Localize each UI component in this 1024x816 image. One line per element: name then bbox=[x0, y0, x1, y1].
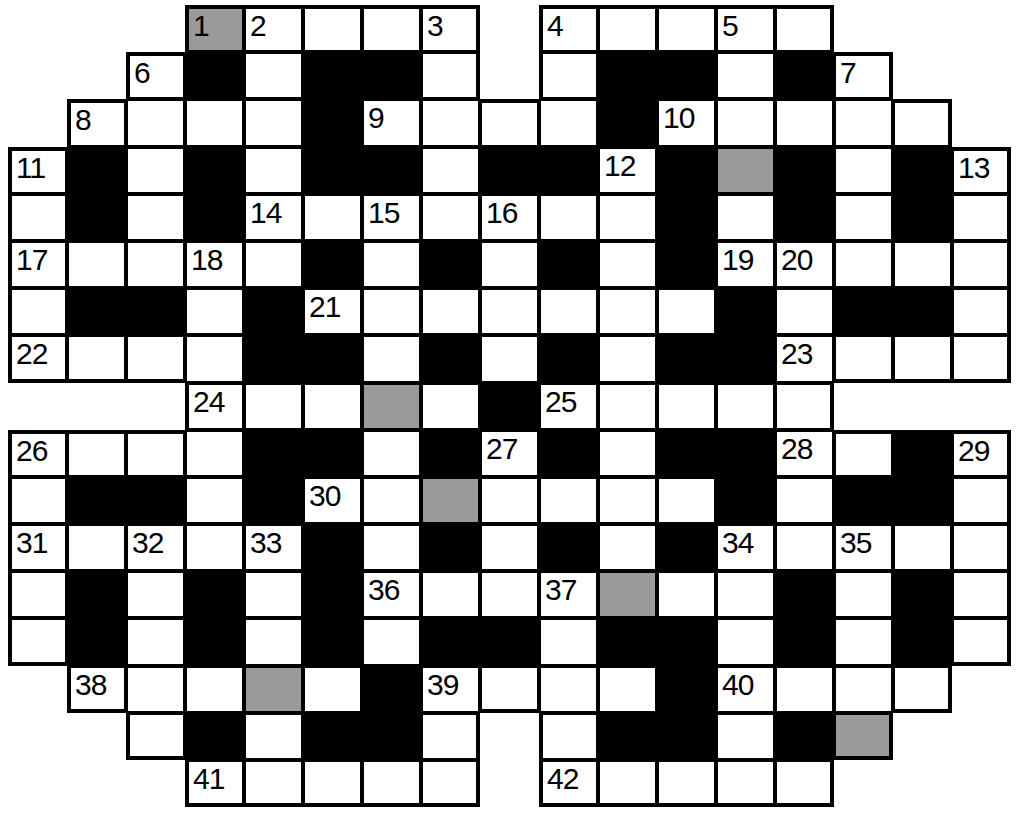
cell-r6-c10[interactable] bbox=[598, 288, 657, 335]
cell-r9-c0[interactable]: 26 bbox=[8, 430, 67, 477]
cell-r3-c13 bbox=[775, 147, 834, 194]
cell-r4-c12[interactable] bbox=[716, 194, 775, 241]
cell-r14-c13[interactable] bbox=[775, 666, 834, 713]
cell-r2-c6[interactable]: 9 bbox=[362, 99, 421, 146]
cell-r10-c7[interactable] bbox=[421, 477, 480, 524]
cell-r6-c7[interactable] bbox=[421, 288, 480, 335]
cell-r5-c4[interactable] bbox=[244, 241, 303, 288]
cell-r5-c0[interactable]: 17 bbox=[8, 241, 67, 288]
cell-r11-c2[interactable]: 32 bbox=[126, 524, 185, 571]
cell-r1-c14[interactable]: 7 bbox=[834, 52, 893, 99]
clue-number-17: 17 bbox=[16, 244, 47, 276]
clue-number-23: 23 bbox=[781, 338, 812, 370]
cell-r16-c11[interactable] bbox=[657, 760, 716, 807]
cell-r9-c12 bbox=[716, 430, 775, 477]
cell-r8-c11[interactable] bbox=[657, 383, 716, 430]
void-r8-c14 bbox=[834, 383, 893, 430]
cell-r1-c3 bbox=[185, 52, 244, 99]
cell-r5-c3[interactable]: 18 bbox=[185, 241, 244, 288]
cell-r8-c3[interactable]: 24 bbox=[185, 383, 244, 430]
cell-r1-c7[interactable] bbox=[421, 52, 480, 99]
cell-r15-c10 bbox=[598, 713, 657, 760]
cell-r5-c16[interactable] bbox=[952, 241, 1011, 288]
cell-r8-c9[interactable]: 25 bbox=[539, 383, 598, 430]
cell-r0-c12[interactable]: 5 bbox=[716, 5, 775, 52]
cell-r7-c3[interactable] bbox=[185, 335, 244, 382]
cell-r12-c5 bbox=[303, 571, 362, 618]
cell-r2-c9[interactable] bbox=[539, 99, 598, 146]
cell-r0-c7[interactable]: 3 bbox=[421, 5, 480, 52]
clue-number-20: 20 bbox=[781, 244, 812, 276]
void-r15-c16 bbox=[952, 713, 1011, 760]
clue-number-40: 40 bbox=[722, 669, 753, 701]
cell-r2-c2[interactable] bbox=[126, 99, 185, 146]
cell-r11-c4[interactable]: 33 bbox=[244, 524, 303, 571]
void-r0-c14 bbox=[834, 5, 893, 52]
cell-r10-c11[interactable] bbox=[657, 477, 716, 524]
cell-r0-c13[interactable] bbox=[775, 5, 834, 52]
cell-r6-c9[interactable] bbox=[539, 288, 598, 335]
cell-r11-c13[interactable] bbox=[775, 524, 834, 571]
cell-r4-c15 bbox=[893, 194, 952, 241]
cell-r13-c13 bbox=[775, 618, 834, 665]
clue-number-32: 32 bbox=[132, 527, 163, 559]
cell-r3-c11 bbox=[657, 147, 716, 194]
void-r16-c16 bbox=[952, 760, 1011, 807]
cell-r3-c1 bbox=[67, 147, 126, 194]
cell-r9-c2[interactable] bbox=[126, 430, 185, 477]
clue-number-21: 21 bbox=[309, 291, 340, 323]
cell-r4-c16[interactable] bbox=[952, 194, 1011, 241]
cell-r1-c9[interactable] bbox=[539, 52, 598, 99]
void-r16-c14 bbox=[834, 760, 893, 807]
cell-r6-c8[interactable] bbox=[480, 288, 539, 335]
cell-r15-c2[interactable] bbox=[126, 713, 185, 760]
void-r1-c0 bbox=[8, 52, 67, 99]
cell-r11-c7 bbox=[421, 524, 480, 571]
cell-r0-c3[interactable]: 1 bbox=[185, 5, 244, 52]
clue-number-6: 6 bbox=[134, 57, 150, 89]
cell-r6-c14 bbox=[834, 288, 893, 335]
cell-r7-c9 bbox=[539, 335, 598, 382]
cell-r2-c13[interactable] bbox=[775, 99, 834, 146]
cell-r4-c8[interactable]: 16 bbox=[480, 194, 539, 241]
cell-r15-c4[interactable] bbox=[244, 713, 303, 760]
cell-r12-c14[interactable] bbox=[834, 571, 893, 618]
cell-r7-c1[interactable] bbox=[67, 335, 126, 382]
clue-number-38: 38 bbox=[75, 669, 106, 701]
cell-r7-c13[interactable]: 23 bbox=[775, 335, 834, 382]
cell-r16-c12[interactable] bbox=[716, 760, 775, 807]
cell-r15-c14[interactable] bbox=[834, 713, 893, 760]
cell-r8-c8 bbox=[480, 383, 539, 430]
cell-r13-c7 bbox=[421, 618, 480, 665]
void-r0-c0 bbox=[8, 5, 67, 52]
void-r15-c8 bbox=[480, 713, 539, 760]
cell-r14-c14[interactable] bbox=[834, 666, 893, 713]
clue-number-15: 15 bbox=[368, 197, 399, 229]
cell-r4-c10[interactable] bbox=[598, 194, 657, 241]
cell-r1-c13 bbox=[775, 52, 834, 99]
crossword-grid: 1234567891011121314151617181920212223242… bbox=[8, 5, 1011, 807]
clue-number-2: 2 bbox=[250, 10, 266, 42]
cell-r2-c5 bbox=[303, 99, 362, 146]
cell-r2-c1[interactable]: 8 bbox=[67, 99, 126, 146]
clue-number-34: 34 bbox=[722, 527, 753, 559]
cell-r10-c0[interactable] bbox=[8, 477, 67, 524]
cell-r13-c2[interactable] bbox=[126, 618, 185, 665]
clue-number-35: 35 bbox=[840, 527, 871, 559]
cell-r6-c5[interactable]: 21 bbox=[303, 288, 362, 335]
cell-r7-c14[interactable] bbox=[834, 335, 893, 382]
cell-r7-c0[interactable]: 22 bbox=[8, 335, 67, 382]
void-r1-c15 bbox=[893, 52, 952, 99]
clue-number-26: 26 bbox=[16, 435, 47, 467]
clue-number-27: 27 bbox=[486, 433, 517, 465]
void-r0-c15 bbox=[893, 5, 952, 52]
cell-r1-c4[interactable] bbox=[244, 52, 303, 99]
cell-r13-c3 bbox=[185, 618, 244, 665]
clue-number-1: 1 bbox=[193, 10, 209, 42]
cell-r6-c0[interactable] bbox=[8, 288, 67, 335]
cell-r4-c1 bbox=[67, 194, 126, 241]
cell-r6-c16[interactable] bbox=[952, 288, 1011, 335]
cell-r9-c13[interactable]: 28 bbox=[775, 430, 834, 477]
cell-r2-c10 bbox=[598, 99, 657, 146]
cell-r14-c7[interactable]: 39 bbox=[421, 666, 480, 713]
clue-number-29: 29 bbox=[958, 435, 989, 467]
cell-r15-c3 bbox=[185, 713, 244, 760]
cell-r14-c1[interactable]: 38 bbox=[67, 666, 126, 713]
cell-r14-c9[interactable] bbox=[539, 666, 598, 713]
cell-r7-c7 bbox=[421, 335, 480, 382]
cell-r4-c14[interactable] bbox=[834, 194, 893, 241]
cell-r7-c5 bbox=[303, 335, 362, 382]
cell-r9-c16[interactable]: 29 bbox=[952, 430, 1011, 477]
cell-r8-c13[interactable] bbox=[775, 383, 834, 430]
cell-r16-c4[interactable] bbox=[244, 760, 303, 807]
cell-r12-c1 bbox=[67, 571, 126, 618]
cell-r10-c9[interactable] bbox=[539, 477, 598, 524]
cell-r16-c9[interactable]: 42 bbox=[539, 760, 598, 807]
cell-r5-c15[interactable] bbox=[893, 241, 952, 288]
cell-r11-c11 bbox=[657, 524, 716, 571]
void-r8-c0 bbox=[8, 383, 67, 430]
cell-r4-c0[interactable] bbox=[8, 194, 67, 241]
cell-r0-c11[interactable] bbox=[657, 5, 716, 52]
clue-number-25: 25 bbox=[545, 386, 576, 418]
void-r8-c2 bbox=[126, 383, 185, 430]
cell-r13-c15 bbox=[893, 618, 952, 665]
cell-r5-c1[interactable] bbox=[67, 241, 126, 288]
cell-r16-c13[interactable] bbox=[775, 760, 834, 807]
cell-r16-c10[interactable] bbox=[598, 760, 657, 807]
cell-r15-c6 bbox=[362, 713, 421, 760]
cell-r0-c5[interactable] bbox=[303, 5, 362, 52]
cell-r14-c2[interactable] bbox=[126, 666, 185, 713]
void-r16-c2 bbox=[126, 760, 185, 807]
cell-r9-c8[interactable]: 27 bbox=[480, 430, 539, 477]
void-r14-c16 bbox=[952, 666, 1011, 713]
cell-r6-c13[interactable] bbox=[775, 288, 834, 335]
void-r8-c1 bbox=[67, 383, 126, 430]
cell-r9-c6[interactable] bbox=[362, 430, 421, 477]
cell-r7-c11 bbox=[657, 335, 716, 382]
cell-r16-c5[interactable] bbox=[303, 760, 362, 807]
cell-r8-c7[interactable] bbox=[421, 383, 480, 430]
cell-r11-c6[interactable] bbox=[362, 524, 421, 571]
void-r0-c8 bbox=[480, 5, 539, 52]
cell-r3-c2[interactable] bbox=[126, 147, 185, 194]
cell-r6-c15 bbox=[893, 288, 952, 335]
cell-r12-c4[interactable] bbox=[244, 571, 303, 618]
cell-r5-c2[interactable] bbox=[126, 241, 185, 288]
clue-number-39: 39 bbox=[427, 669, 458, 701]
cell-r14-c5[interactable] bbox=[303, 666, 362, 713]
void-r15-c15 bbox=[893, 713, 952, 760]
clue-number-41: 41 bbox=[193, 763, 224, 795]
cell-r3-c14[interactable] bbox=[834, 147, 893, 194]
cell-r9-c1[interactable] bbox=[67, 430, 126, 477]
cell-r3-c8 bbox=[480, 147, 539, 194]
clue-number-16: 16 bbox=[486, 197, 517, 229]
cell-r12-c2[interactable] bbox=[126, 571, 185, 618]
void-r16-c0 bbox=[8, 760, 67, 807]
cell-r7-c4 bbox=[244, 335, 303, 382]
void-r1-c1 bbox=[67, 52, 126, 99]
cell-r9-c5 bbox=[303, 430, 362, 477]
clue-number-9: 9 bbox=[368, 102, 384, 134]
cell-r7-c10[interactable] bbox=[598, 335, 657, 382]
cell-r9-c9 bbox=[539, 430, 598, 477]
cell-r2-c14[interactable] bbox=[834, 99, 893, 146]
cell-r2-c3[interactable] bbox=[185, 99, 244, 146]
cell-r6-c6[interactable] bbox=[362, 288, 421, 335]
void-r8-c16 bbox=[952, 383, 1011, 430]
clue-number-19: 19 bbox=[722, 244, 753, 276]
cell-r8-c4[interactable] bbox=[244, 383, 303, 430]
clue-number-14: 14 bbox=[250, 197, 281, 229]
cell-r11-c1[interactable] bbox=[67, 524, 126, 571]
cell-r2-c7[interactable] bbox=[421, 99, 480, 146]
cell-r1-c2[interactable]: 6 bbox=[126, 52, 185, 99]
cell-r4-c4[interactable]: 14 bbox=[244, 194, 303, 241]
cell-r8-c12[interactable] bbox=[716, 383, 775, 430]
cell-r10-c10[interactable] bbox=[598, 477, 657, 524]
cell-r11-c5 bbox=[303, 524, 362, 571]
cell-r14-c8[interactable] bbox=[480, 666, 539, 713]
clue-number-7: 7 bbox=[840, 57, 856, 89]
cell-r11-c14[interactable]: 35 bbox=[834, 524, 893, 571]
cell-r14-c12[interactable]: 40 bbox=[716, 666, 775, 713]
cell-r12-c16[interactable] bbox=[952, 571, 1011, 618]
cell-r12-c12[interactable] bbox=[716, 571, 775, 618]
cell-r13-c9[interactable] bbox=[539, 618, 598, 665]
cell-r9-c10[interactable] bbox=[598, 430, 657, 477]
cell-r16-c6[interactable] bbox=[362, 760, 421, 807]
cell-r12-c8[interactable] bbox=[480, 571, 539, 618]
cell-r8-c10[interactable] bbox=[598, 383, 657, 430]
cell-r10-c15 bbox=[893, 477, 952, 524]
cell-r1-c5 bbox=[303, 52, 362, 99]
void-r8-c15 bbox=[893, 383, 952, 430]
cell-r1-c11 bbox=[657, 52, 716, 99]
cell-r12-c3 bbox=[185, 571, 244, 618]
cell-r10-c3[interactable] bbox=[185, 477, 244, 524]
cell-r5-c6[interactable] bbox=[362, 241, 421, 288]
cell-r4-c7[interactable] bbox=[421, 194, 480, 241]
cell-r12-c10[interactable] bbox=[598, 571, 657, 618]
cell-r11-c9 bbox=[539, 524, 598, 571]
clue-number-8: 8 bbox=[75, 104, 91, 136]
cell-r0-c9[interactable]: 4 bbox=[539, 5, 598, 52]
cell-r14-c10[interactable] bbox=[598, 666, 657, 713]
clue-number-10: 10 bbox=[663, 102, 694, 134]
cell-r5-c12[interactable]: 19 bbox=[716, 241, 775, 288]
cell-r7-c8[interactable] bbox=[480, 335, 539, 382]
clue-number-12: 12 bbox=[604, 150, 635, 182]
cell-r12-c0[interactable] bbox=[8, 571, 67, 618]
cell-r5-c13[interactable]: 20 bbox=[775, 241, 834, 288]
cell-r13-c6[interactable] bbox=[362, 618, 421, 665]
clue-number-11: 11 bbox=[16, 152, 45, 184]
clue-number-36: 36 bbox=[368, 574, 399, 606]
void-r0-c1 bbox=[67, 5, 126, 52]
clue-number-30: 30 bbox=[309, 480, 340, 512]
cell-r10-c4 bbox=[244, 477, 303, 524]
cell-r11-c15[interactable] bbox=[893, 524, 952, 571]
cell-r4-c13 bbox=[775, 194, 834, 241]
cell-r2-c15[interactable] bbox=[893, 99, 952, 146]
cell-r11-c0[interactable]: 31 bbox=[8, 524, 67, 571]
cell-r2-c8[interactable] bbox=[480, 99, 539, 146]
cell-r10-c8[interactable] bbox=[480, 477, 539, 524]
clue-number-13: 13 bbox=[958, 152, 989, 184]
cell-r13-c12[interactable] bbox=[716, 618, 775, 665]
cell-r9-c14[interactable] bbox=[834, 430, 893, 477]
cell-r5-c11 bbox=[657, 241, 716, 288]
cell-r10-c13[interactable] bbox=[775, 477, 834, 524]
void-r2-c16 bbox=[952, 99, 1011, 146]
cell-r12-c7[interactable] bbox=[421, 571, 480, 618]
cell-r5-c7 bbox=[421, 241, 480, 288]
clue-number-28: 28 bbox=[781, 433, 812, 465]
cell-r1-c10 bbox=[598, 52, 657, 99]
cell-r9-c11 bbox=[657, 430, 716, 477]
cell-r4-c6[interactable]: 15 bbox=[362, 194, 421, 241]
cell-r6-c11[interactable] bbox=[657, 288, 716, 335]
cell-r4-c9[interactable] bbox=[539, 194, 598, 241]
cell-r5-c10[interactable] bbox=[598, 241, 657, 288]
cell-r3-c16[interactable]: 13 bbox=[952, 147, 1011, 194]
cell-r14-c4[interactable] bbox=[244, 666, 303, 713]
cell-r12-c6[interactable]: 36 bbox=[362, 571, 421, 618]
cell-r2-c4[interactable] bbox=[244, 99, 303, 146]
cell-r8-c6[interactable] bbox=[362, 383, 421, 430]
cell-r9-c4 bbox=[244, 430, 303, 477]
cell-r7-c15[interactable] bbox=[893, 335, 952, 382]
cell-r3-c10[interactable]: 12 bbox=[598, 147, 657, 194]
cell-r16-c3[interactable]: 41 bbox=[185, 760, 244, 807]
cell-r15-c9[interactable] bbox=[539, 713, 598, 760]
clue-number-4: 4 bbox=[547, 10, 563, 42]
cell-r7-c2[interactable] bbox=[126, 335, 185, 382]
cell-r7-c16[interactable] bbox=[952, 335, 1011, 382]
cell-r11-c16[interactable] bbox=[952, 524, 1011, 571]
cell-r10-c5[interactable]: 30 bbox=[303, 477, 362, 524]
cell-r4-c3 bbox=[185, 194, 244, 241]
cell-r3-c3 bbox=[185, 147, 244, 194]
cell-r12-c13 bbox=[775, 571, 834, 618]
cell-r13-c4[interactable] bbox=[244, 618, 303, 665]
cell-r13-c0[interactable] bbox=[8, 618, 67, 665]
cell-r11-c8[interactable] bbox=[480, 524, 539, 571]
cell-r6-c3[interactable] bbox=[185, 288, 244, 335]
cell-r7-c6[interactable] bbox=[362, 335, 421, 382]
cell-r3-c7[interactable] bbox=[421, 147, 480, 194]
cell-r10-c16[interactable] bbox=[952, 477, 1011, 524]
cell-r10-c6[interactable] bbox=[362, 477, 421, 524]
cell-r3-c4[interactable] bbox=[244, 147, 303, 194]
clue-number-3: 3 bbox=[427, 10, 443, 42]
cell-r11-c10[interactable] bbox=[598, 524, 657, 571]
cell-r14-c3[interactable] bbox=[185, 666, 244, 713]
cell-r5-c8[interactable] bbox=[480, 241, 539, 288]
cell-r11-c12[interactable]: 34 bbox=[716, 524, 775, 571]
clue-number-37: 37 bbox=[545, 574, 576, 606]
cell-r5-c5 bbox=[303, 241, 362, 288]
clue-number-24: 24 bbox=[193, 386, 224, 418]
void-r16-c8 bbox=[480, 760, 539, 807]
cell-r2-c11[interactable]: 10 bbox=[657, 99, 716, 146]
cell-r13-c16[interactable] bbox=[952, 618, 1011, 665]
cell-r0-c6[interactable] bbox=[362, 5, 421, 52]
cell-r2-c12[interactable] bbox=[716, 99, 775, 146]
cell-r3-c6 bbox=[362, 147, 421, 194]
cell-r3-c0[interactable]: 11 bbox=[8, 147, 67, 194]
cell-r14-c11 bbox=[657, 666, 716, 713]
cell-r5-c14[interactable] bbox=[834, 241, 893, 288]
cell-r13-c14[interactable] bbox=[834, 618, 893, 665]
cell-r8-c5[interactable] bbox=[303, 383, 362, 430]
cell-r0-c10[interactable] bbox=[598, 5, 657, 52]
cell-r10-c14 bbox=[834, 477, 893, 524]
cell-r15-c5 bbox=[303, 713, 362, 760]
cell-r4-c5[interactable] bbox=[303, 194, 362, 241]
clue-number-5: 5 bbox=[722, 10, 738, 42]
cell-r15-c11 bbox=[657, 713, 716, 760]
cell-r15-c7[interactable] bbox=[421, 713, 480, 760]
cell-r12-c9[interactable]: 37 bbox=[539, 571, 598, 618]
cell-r15-c12[interactable] bbox=[716, 713, 775, 760]
cell-r12-c11[interactable] bbox=[657, 571, 716, 618]
cell-r6-c1 bbox=[67, 288, 126, 335]
crossword-puzzle: 1234567891011121314151617181920212223242… bbox=[0, 0, 1024, 816]
cell-r4-c2[interactable] bbox=[126, 194, 185, 241]
cell-r11-c3[interactable] bbox=[185, 524, 244, 571]
cell-r13-c10 bbox=[598, 618, 657, 665]
void-r15-c0 bbox=[8, 713, 67, 760]
cell-r16-c7[interactable] bbox=[421, 760, 480, 807]
cell-r14-c15[interactable] bbox=[893, 666, 952, 713]
cell-r0-c4[interactable]: 2 bbox=[244, 5, 303, 52]
cell-r1-c12[interactable] bbox=[716, 52, 775, 99]
cell-r3-c5 bbox=[303, 147, 362, 194]
cell-r3-c12[interactable] bbox=[716, 147, 775, 194]
void-r1-c8 bbox=[480, 52, 539, 99]
cell-r9-c3[interactable] bbox=[185, 430, 244, 477]
cell-r7-c12 bbox=[716, 335, 775, 382]
